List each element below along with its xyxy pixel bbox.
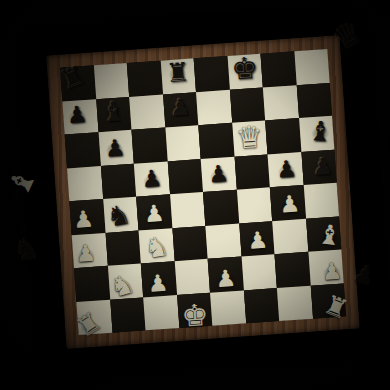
square-b5[interactable] bbox=[100, 163, 136, 199]
bishop-icon: ♝ bbox=[307, 114, 334, 150]
square-b3[interactable] bbox=[105, 230, 141, 266]
king-icon: ♚ bbox=[230, 51, 259, 87]
piece-black-pawn-b6[interactable]: ♟ bbox=[97, 130, 133, 166]
piece-white-queen-f6[interactable]: ♛ bbox=[231, 119, 267, 155]
bishop-icon: ♝ bbox=[316, 217, 344, 253]
square-d2[interactable] bbox=[174, 259, 210, 295]
square-c7[interactable] bbox=[129, 94, 165, 130]
piece-white-pawn-a3[interactable]: ♟ bbox=[68, 235, 104, 271]
piece-black-pawn-c5[interactable]: ♟ bbox=[134, 161, 170, 197]
pawn-icon: ♟ bbox=[207, 156, 230, 191]
rook-icon: ♜ bbox=[70, 304, 108, 345]
piece-black-rook-d8[interactable]: ♜ bbox=[160, 54, 196, 90]
piece-white-pawn-g4[interactable]: ♟ bbox=[272, 186, 308, 222]
captured-white-bishop: ♝ bbox=[5, 165, 39, 199]
piece-white-pawn-a4[interactable]: ♟ bbox=[65, 201, 101, 237]
piece-white-pawn-e2[interactable]: ♟ bbox=[208, 260, 244, 296]
piece-white-pawn-c2[interactable]: ♟ bbox=[140, 265, 176, 301]
square-e6[interactable] bbox=[198, 123, 234, 159]
square-g1[interactable] bbox=[277, 285, 313, 321]
knight-icon: ♞ bbox=[104, 197, 134, 235]
square-f5[interactable] bbox=[234, 154, 270, 190]
bishop-icon: ♝ bbox=[100, 94, 127, 130]
square-h7[interactable] bbox=[296, 82, 332, 118]
piece-black-pawn-a7[interactable]: ♟ bbox=[59, 97, 95, 133]
piece-black-rook-a8[interactable]: ♜ bbox=[54, 59, 90, 95]
square-f2[interactable] bbox=[241, 254, 277, 290]
piece-white-knight-b2[interactable]: ♞ bbox=[104, 267, 140, 303]
piece-black-king-f8[interactable]: ♚ bbox=[227, 50, 263, 86]
captured-black-queen: ♛ bbox=[331, 19, 365, 53]
piece-white-pawn-f3[interactable]: ♟ bbox=[240, 222, 276, 258]
piece-black-pawn-e5[interactable]: ♟ bbox=[200, 156, 236, 192]
square-d6[interactable] bbox=[165, 125, 201, 161]
square-e7[interactable] bbox=[196, 89, 232, 125]
pawn-icon: ♟ bbox=[275, 152, 298, 187]
square-a5[interactable] bbox=[67, 166, 103, 202]
piece-black-bishop-b7[interactable]: ♝ bbox=[95, 94, 131, 130]
chess-scene: ♜♜♚♟♝♟♟♝♟♟♟♟♞♛♟♟♟♟♞♟♝♞♟♟♟♜♚♜ ♝♞♛♟ bbox=[0, 0, 390, 390]
square-g8[interactable] bbox=[260, 51, 296, 87]
captured-black-knight: ♞ bbox=[10, 233, 44, 267]
knight-icon: ♞ bbox=[142, 229, 171, 266]
square-a6[interactable] bbox=[65, 132, 101, 168]
knight-icon: ♞ bbox=[106, 266, 139, 305]
square-g3[interactable] bbox=[272, 218, 308, 254]
rook-icon: ♜ bbox=[319, 287, 353, 327]
pawn-icon: ♟ bbox=[169, 90, 192, 125]
piece-white-rook-h1[interactable]: ♜ bbox=[317, 289, 353, 325]
square-d3[interactable] bbox=[172, 225, 208, 261]
square-d5[interactable] bbox=[167, 159, 203, 195]
square-g7[interactable] bbox=[263, 85, 299, 121]
square-g2[interactable] bbox=[275, 252, 311, 288]
rook-icon: ♜ bbox=[55, 57, 89, 97]
square-h8[interactable] bbox=[294, 49, 330, 85]
chessboard: ♜♜♚♟♝♟♟♝♟♟♟♟♞♛♟♟♟♟♞♟♝♞♟♟♟♜♚♜ bbox=[46, 35, 360, 349]
piece-white-pawn-h2[interactable]: ♟ bbox=[314, 253, 350, 289]
pawn-icon: ♟ bbox=[66, 97, 89, 132]
square-g6[interactable] bbox=[265, 118, 301, 154]
square-e4[interactable] bbox=[203, 190, 239, 226]
piece-black-pawn-g5[interactable]: ♟ bbox=[268, 151, 304, 187]
square-d4[interactable] bbox=[170, 192, 206, 228]
pawn-icon: ♟ bbox=[321, 253, 344, 288]
bishop-icon: ♝ bbox=[1, 163, 43, 201]
pawn-icon: ♟ bbox=[311, 149, 334, 184]
pawn-icon: ♟ bbox=[214, 261, 237, 296]
pawn-icon: ♟ bbox=[147, 265, 170, 300]
queen-icon: ♛ bbox=[235, 119, 264, 155]
pawn-icon: ♟ bbox=[143, 196, 166, 231]
pawn-icon: ♟ bbox=[246, 223, 269, 258]
piece-black-pawn-h5[interactable]: ♟ bbox=[305, 149, 341, 185]
piece-white-king-d1[interactable]: ♚ bbox=[177, 298, 213, 334]
queen-icon: ♛ bbox=[327, 14, 369, 58]
pawn-icon: ♟ bbox=[278, 186, 301, 221]
pawn-icon: ♟ bbox=[103, 130, 126, 165]
square-f4[interactable] bbox=[236, 187, 272, 223]
piece-white-rook-a1[interactable]: ♜ bbox=[71, 306, 107, 342]
piece-black-knight-b4[interactable]: ♞ bbox=[101, 198, 137, 234]
rook-icon: ♜ bbox=[165, 54, 191, 90]
square-b8[interactable] bbox=[93, 63, 129, 99]
square-h4[interactable] bbox=[303, 183, 339, 219]
piece-black-bishop-h6[interactable]: ♝ bbox=[302, 113, 338, 149]
knight-icon: ♞ bbox=[12, 231, 42, 268]
square-c8[interactable] bbox=[127, 61, 163, 97]
pawn-icon: ♟ bbox=[74, 236, 97, 271]
piece-black-pawn-d7[interactable]: ♟ bbox=[162, 89, 198, 125]
square-e8[interactable] bbox=[194, 56, 230, 92]
square-f7[interactable] bbox=[229, 87, 265, 123]
pawn-icon: ♟ bbox=[140, 161, 163, 196]
piece-white-bishop-h3[interactable]: ♝ bbox=[311, 217, 347, 253]
square-f1[interactable] bbox=[243, 288, 279, 324]
square-c6[interactable] bbox=[131, 128, 167, 164]
piece-white-knight-c3[interactable]: ♞ bbox=[138, 229, 174, 265]
square-e3[interactable] bbox=[205, 223, 241, 259]
king-icon: ♚ bbox=[180, 298, 209, 334]
captured-black-pawn: ♟ bbox=[347, 259, 381, 293]
pawn-icon: ♟ bbox=[72, 201, 95, 236]
pawn-icon: ♟ bbox=[348, 256, 381, 296]
piece-white-pawn-c4[interactable]: ♟ bbox=[136, 195, 172, 231]
